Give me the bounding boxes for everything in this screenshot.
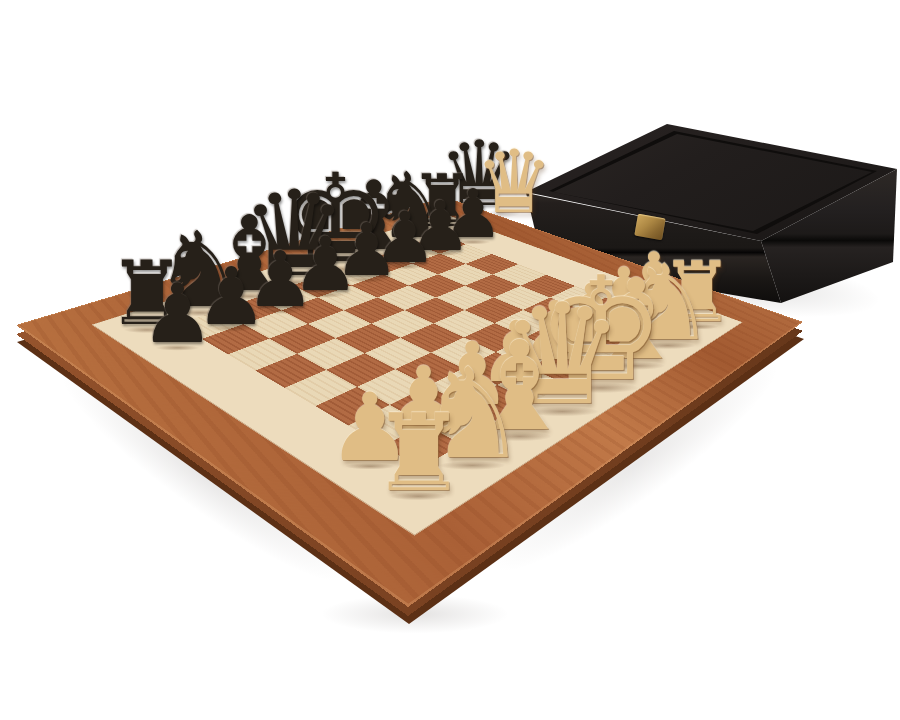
- board-grid: [177, 235, 671, 468]
- chess-set-product-photo: ♛ ♛ ♜♞♝♛♚♝♞♜♟♟♟♟♟♟♟♟♟♟♟♟♟♟♟♟♜♞♝♛♚♝♞♜: [0, 0, 900, 720]
- case-brass-clasp-icon: [634, 214, 665, 241]
